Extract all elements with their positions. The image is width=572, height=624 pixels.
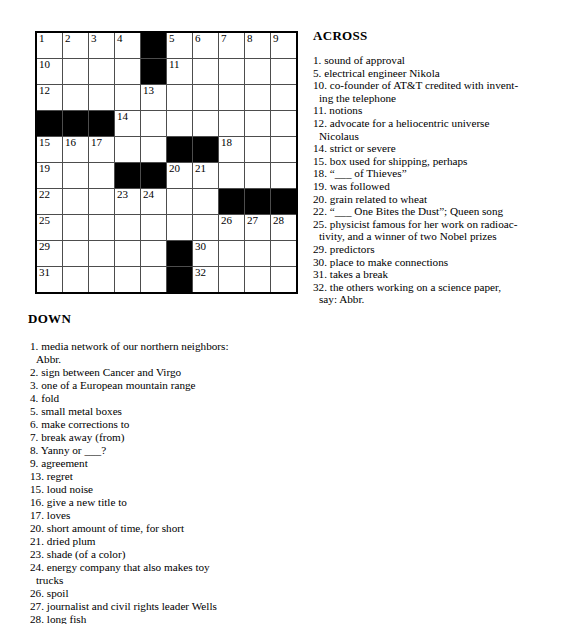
clue-item: 5. electrical engineer Nikola: [313, 67, 569, 80]
clue-text: 12. advocate for a heliocentric universe: [313, 117, 569, 130]
clue-text: 15. box used for shipping, perhaps: [313, 155, 569, 168]
cell-number: 28: [273, 215, 284, 226]
grid-cell[interactable]: 4: [115, 33, 140, 58]
grid-cell[interactable]: [271, 163, 296, 188]
clue-item: 27. journalist and civil rights leader W…: [30, 600, 328, 613]
clue-item: 21. dried plum: [30, 535, 328, 548]
clue-item: 25. physicist famous for her work on rad…: [313, 218, 569, 243]
grid-cell[interactable]: 18: [219, 137, 244, 162]
clue-item: 6. make corrections to: [30, 418, 328, 431]
clue-text: 13. regret: [30, 470, 328, 483]
grid-cell[interactable]: [89, 85, 114, 110]
cell-number: 20: [169, 163, 180, 174]
cell-number: 11: [169, 59, 180, 70]
grid-cell[interactable]: 7: [219, 33, 244, 58]
grid-cell[interactable]: 28: [271, 215, 296, 240]
cell-number: 8: [247, 33, 253, 44]
grid-cell[interactable]: 9: [271, 33, 296, 58]
cell-number: 30: [195, 241, 206, 252]
clue-item: 32. the others working on a science pape…: [313, 281, 569, 306]
block-cell: [271, 189, 296, 214]
grid-cell[interactable]: [89, 59, 114, 84]
clue-text-continuation: trucks: [30, 574, 328, 587]
grid-cell[interactable]: 20: [167, 163, 192, 188]
block-cell: [115, 163, 140, 188]
grid-cell[interactable]: [141, 111, 166, 136]
clue-text: 28. long fish: [30, 613, 328, 624]
clue-text-continuation: Nicolaus: [313, 130, 569, 143]
grid-cell[interactable]: 24: [141, 189, 166, 214]
grid-cell[interactable]: [115, 85, 140, 110]
cell-number: 6: [195, 33, 201, 44]
grid-cell[interactable]: 27: [245, 215, 270, 240]
clue-text: 23. shade (of a color): [30, 548, 328, 561]
clue-text: 25. physicist famous for her work on rad…: [313, 218, 569, 231]
cell-number: 25: [39, 215, 50, 226]
grid-cell[interactable]: 6: [193, 33, 218, 58]
grid-cell[interactable]: 30: [193, 241, 218, 266]
cell-number: 18: [221, 137, 232, 148]
clue-text: 24. energy company that also makes toy: [30, 561, 328, 574]
grid-cell[interactable]: [245, 59, 270, 84]
cell-number: 22: [39, 189, 50, 200]
clue-item: 28. long fish: [30, 613, 328, 624]
grid-cell[interactable]: [115, 215, 140, 240]
grid-cell[interactable]: 13: [141, 85, 166, 110]
grid-cell[interactable]: [271, 137, 296, 162]
block-cell: [167, 241, 192, 266]
grid-cell[interactable]: [245, 163, 270, 188]
cell-number: 32: [195, 267, 206, 278]
clue-text: 5. small metal boxes: [30, 405, 328, 418]
grid-cell[interactable]: [63, 59, 88, 84]
grid-cell[interactable]: 15: [37, 137, 62, 162]
cell-number: 31: [39, 267, 50, 278]
clue-text: 1. sound of approval: [313, 54, 569, 67]
grid-cell[interactable]: [141, 241, 166, 266]
grid-cell[interactable]: [89, 189, 114, 214]
cell-number: 5: [169, 33, 175, 44]
cell-number: 4: [117, 33, 123, 44]
clue-text: 10. co-founder of AT&T credited with inv…: [313, 79, 569, 92]
grid-cell[interactable]: [193, 85, 218, 110]
clue-text-continuation: say: Abbr.: [313, 293, 569, 306]
grid-cell[interactable]: [63, 267, 88, 292]
grid-cell[interactable]: [115, 59, 140, 84]
clue-text-continuation: Abbr.: [30, 353, 328, 366]
clue-item: 29. predictors: [313, 243, 569, 256]
cell-number: 2: [65, 33, 71, 44]
block-cell: [219, 189, 244, 214]
clue-item: 10. co-founder of AT&T credited with inv…: [313, 79, 569, 104]
grid-cell[interactable]: [63, 189, 88, 214]
grid-cell[interactable]: [63, 85, 88, 110]
block-cell: [167, 267, 192, 292]
clue-item: 16. give a new title to: [30, 496, 328, 509]
clue-text: 16. give a new title to: [30, 496, 328, 509]
clue-item: 1. media network of our northern neighbo…: [30, 340, 328, 366]
down-clue-list: 1. media network of our northern neighbo…: [28, 340, 328, 624]
clue-item: 3. one of a European mountain range: [30, 379, 328, 392]
grid-cell[interactable]: 19: [37, 163, 62, 188]
grid-cell[interactable]: 2: [63, 33, 88, 58]
clue-item: 17. loves: [30, 509, 328, 522]
grid-cell[interactable]: 3: [89, 33, 114, 58]
clue-text: 20. short amount of time, for short: [30, 522, 328, 535]
block-cell: [167, 137, 192, 162]
clue-item: 20. grain related to wheat: [313, 193, 569, 206]
grid-cell[interactable]: [245, 267, 270, 292]
grid-cell[interactable]: [115, 241, 140, 266]
grid-cell[interactable]: [115, 137, 140, 162]
grid-cell[interactable]: [63, 215, 88, 240]
clue-text: 14. strict or severe: [313, 142, 569, 155]
cell-number: 21: [195, 163, 206, 174]
down-heading: DOWN: [28, 312, 328, 326]
clue-item: 11. notions: [313, 104, 569, 117]
clue-item: 8. Yanny or ___?: [30, 444, 328, 457]
clue-item: 9. agreement: [30, 457, 328, 470]
cell-number: 17: [91, 137, 102, 148]
clue-text: 30. place to make connections: [313, 256, 569, 269]
cell-number: 23: [117, 189, 128, 200]
grid-cell[interactable]: [141, 215, 166, 240]
crossword-page: { "game": "crossword", "grid": { "rows":…: [0, 0, 572, 624]
cell-number: 15: [39, 137, 50, 148]
clue-item: 12. advocate for a heliocentric universe…: [313, 117, 569, 142]
cell-number: 26: [221, 215, 232, 226]
grid-cell[interactable]: [219, 85, 244, 110]
clue-item: 20. short amount of time, for short: [30, 522, 328, 535]
clue-item: 1. sound of approval: [313, 54, 569, 67]
clue-item: 15. box used for shipping, perhaps: [313, 155, 569, 168]
clue-text: 17. loves: [30, 509, 328, 522]
across-clue-list: 1. sound of approval5. electrical engine…: [313, 54, 569, 306]
clue-text: 4. fold: [30, 392, 328, 405]
grid-cell[interactable]: [167, 111, 192, 136]
clue-item: 19. was followed: [313, 180, 569, 193]
block-cell: [141, 163, 166, 188]
clue-item: 26. spoil: [30, 587, 328, 600]
clue-item: 7. break away (from): [30, 431, 328, 444]
block-cell: [63, 111, 88, 136]
grid-cell[interactable]: [271, 111, 296, 136]
cell-number: 10: [39, 59, 50, 70]
cell-number: 24: [143, 189, 154, 200]
grid-cell[interactable]: [245, 85, 270, 110]
grid-cell[interactable]: [193, 189, 218, 214]
clue-item: 4. fold: [30, 392, 328, 405]
grid-cell[interactable]: [193, 111, 218, 136]
grid-cell[interactable]: [167, 189, 192, 214]
grid-cell[interactable]: [271, 85, 296, 110]
down-section: DOWN 1. media network of our northern ne…: [28, 312, 328, 624]
grid-cell[interactable]: 8: [245, 33, 270, 58]
clue-item: 24. energy company that also makes toytr…: [30, 561, 328, 587]
grid-cell[interactable]: [219, 59, 244, 84]
across-section: ACROSS 1. sound of approval5. electrical…: [313, 29, 569, 306]
clue-text-continuation: ing the telephone: [313, 92, 569, 105]
clue-text-continuation: tivity, and a winner of two Nobel prizes: [313, 230, 569, 243]
grid-cell[interactable]: 32: [193, 267, 218, 292]
grid-cell[interactable]: [89, 241, 114, 266]
clue-text: 7. break away (from): [30, 431, 328, 444]
grid-cell[interactable]: [219, 111, 244, 136]
cell-number: 7: [221, 33, 227, 44]
cell-number: 16: [65, 137, 76, 148]
crossword-grid: 1234567891011121314151617181920212223242…: [35, 31, 298, 294]
cell-number: 27: [247, 215, 258, 226]
grid-cell[interactable]: [63, 241, 88, 266]
grid-cell[interactable]: [167, 215, 192, 240]
grid-cell[interactable]: 14: [115, 111, 140, 136]
block-cell: [193, 137, 218, 162]
cell-number: 13: [143, 85, 154, 96]
grid-cell[interactable]: [141, 137, 166, 162]
clue-text: 29. predictors: [313, 243, 569, 256]
grid-cell[interactable]: 5: [167, 33, 192, 58]
grid-cell[interactable]: 22: [37, 189, 62, 214]
clue-item: 13. regret: [30, 470, 328, 483]
clue-item: 23. shade (of a color): [30, 548, 328, 561]
grid-cell[interactable]: 25: [37, 215, 62, 240]
clue-text: 8. Yanny or ___?: [30, 444, 328, 457]
clue-text: 3. one of a European mountain range: [30, 379, 328, 392]
grid-cell[interactable]: 31: [37, 267, 62, 292]
clue-item: 5. small metal boxes: [30, 405, 328, 418]
cell-number: 1: [39, 33, 45, 44]
clue-text: 5. electrical engineer Nikola: [313, 67, 569, 80]
block-cell: [245, 189, 270, 214]
grid-cell[interactable]: [219, 267, 244, 292]
grid-cell[interactable]: [141, 267, 166, 292]
grid-cell[interactable]: [271, 267, 296, 292]
grid-cell[interactable]: 17: [89, 137, 114, 162]
grid-cell[interactable]: [245, 241, 270, 266]
grid-cell[interactable]: [167, 85, 192, 110]
clue-text: 2. sign between Cancer and Virgo: [30, 366, 328, 379]
clue-text: 26. spoil: [30, 587, 328, 600]
grid-cell[interactable]: [271, 59, 296, 84]
cell-number: 14: [117, 111, 128, 122]
grid-cell[interactable]: [89, 267, 114, 292]
grid-cell[interactable]: 21: [193, 163, 218, 188]
clue-item: 22. “___ One Bites the Dust”; Queen song: [313, 205, 569, 218]
grid-cell[interactable]: 12: [37, 85, 62, 110]
grid-cell[interactable]: [245, 137, 270, 162]
clue-item: 14. strict or severe: [313, 142, 569, 155]
clue-item: 18. “___ of Thieves”: [313, 167, 569, 180]
clue-text: 1. media network of our northern neighbo…: [30, 340, 328, 353]
clue-text: 21. dried plum: [30, 535, 328, 548]
clue-item: 15. loud noise: [30, 483, 328, 496]
grid-cell[interactable]: [115, 267, 140, 292]
grid-cell[interactable]: [193, 59, 218, 84]
grid-cell[interactable]: 10: [37, 59, 62, 84]
grid-cell[interactable]: 11: [167, 59, 192, 84]
grid-cell[interactable]: 1: [37, 33, 62, 58]
block-cell: [37, 111, 62, 136]
clue-text: 9. agreement: [30, 457, 328, 470]
clue-text: 15. loud noise: [30, 483, 328, 496]
grid-cell[interactable]: [219, 163, 244, 188]
cell-number: 29: [39, 241, 50, 252]
grid-cell[interactable]: [245, 111, 270, 136]
block-cell: [89, 111, 114, 136]
clue-text: 18. “___ of Thieves”: [313, 167, 569, 180]
grid-cell[interactable]: [271, 241, 296, 266]
grid-cell[interactable]: 29: [37, 241, 62, 266]
clue-text: 20. grain related to wheat: [313, 193, 569, 206]
grid-cell[interactable]: [219, 241, 244, 266]
clue-text: 6. make corrections to: [30, 418, 328, 431]
cell-number: 3: [91, 33, 97, 44]
grid-cell[interactable]: [89, 215, 114, 240]
grid-cell[interactable]: [63, 163, 88, 188]
clue-text: 27. journalist and civil rights leader W…: [30, 600, 328, 613]
clue-text: 19. was followed: [313, 180, 569, 193]
clue-text: 31. takes a break: [313, 268, 569, 281]
cell-number: 9: [273, 33, 279, 44]
block-cell: [141, 33, 166, 58]
across-heading: ACROSS: [313, 29, 569, 43]
clue-item: 31. takes a break: [313, 268, 569, 281]
cell-number: 12: [39, 85, 50, 96]
clue-text: 11. notions: [313, 104, 569, 117]
grid-cell[interactable]: 26: [219, 215, 244, 240]
clue-text: 22. “___ One Bites the Dust”; Queen song: [313, 205, 569, 218]
cell-number: 19: [39, 163, 50, 174]
grid-cell[interactable]: 16: [63, 137, 88, 162]
grid-cell[interactable]: 23: [115, 189, 140, 214]
clue-text: 32. the others working on a science pape…: [313, 281, 569, 294]
clue-item: 2. sign between Cancer and Virgo: [30, 366, 328, 379]
grid-cell[interactable]: [89, 163, 114, 188]
block-cell: [141, 59, 166, 84]
grid-cell[interactable]: [193, 215, 218, 240]
clue-item: 30. place to make connections: [313, 256, 569, 269]
